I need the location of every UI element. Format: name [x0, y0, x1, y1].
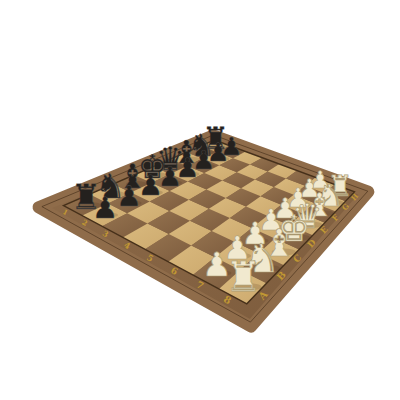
piece-black-pawn-a2: ♟	[92, 191, 118, 225]
chess-board: 12345678ABCDEFGH♜♟♞♟♝♟♛♟♚♟♝♟♟♜♞♟♞♟♟♜♝♟♟♛…	[0, 0, 400, 400]
piece-black-pawn-b2: ♟	[116, 180, 142, 213]
piece-white-rook-a8: ♜	[225, 252, 262, 301]
chess-set-product-photo: 12345678ABCDEFGH♜♟♞♟♝♟♛♟♚♟♝♟♟♜♞♟♞♟♟♜♝♟♟♛…	[0, 0, 400, 400]
